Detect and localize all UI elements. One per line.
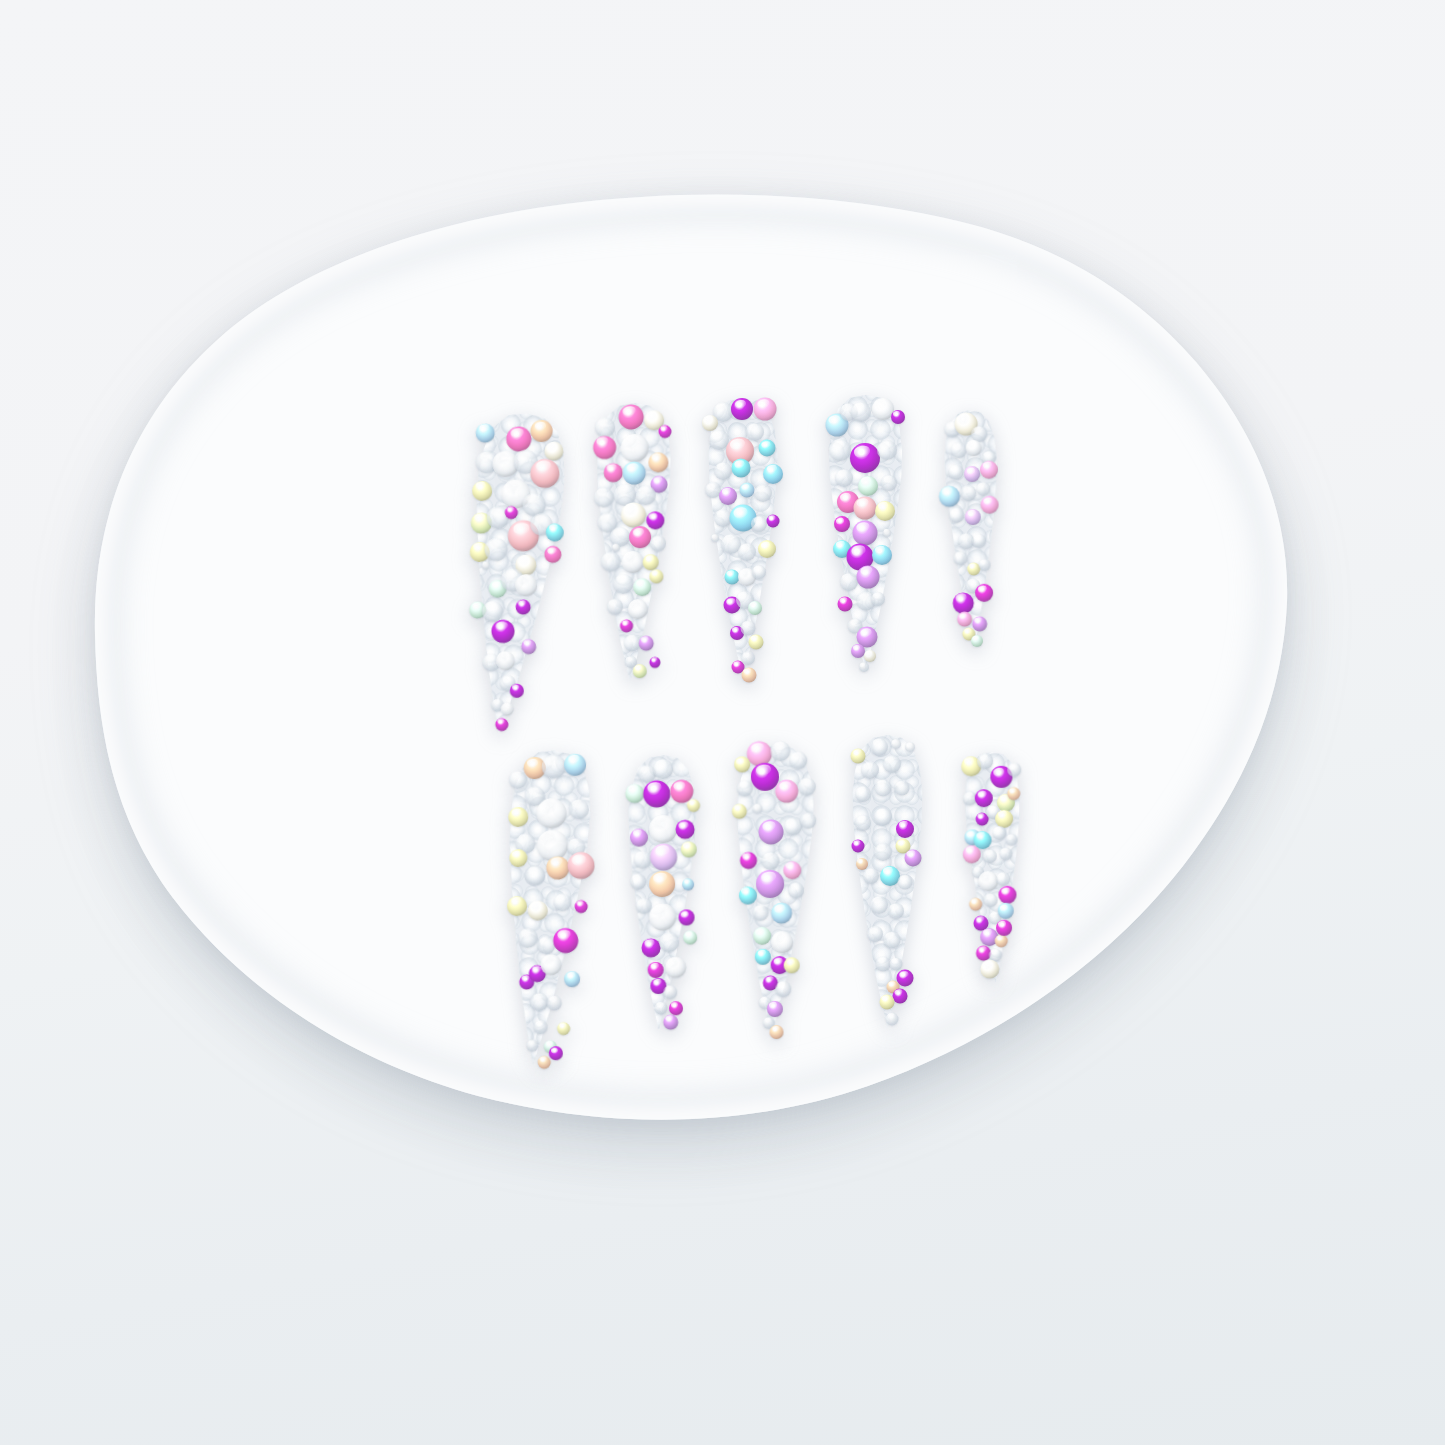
rhinestone-g (748, 601, 762, 615)
rhinestone-l (852, 520, 877, 545)
rhinestone-c (871, 592, 885, 606)
rhinestone-c (754, 484, 772, 502)
rhinestone-y (748, 634, 763, 649)
rhinestone-v (892, 988, 907, 1003)
rhinestone-l (719, 487, 737, 505)
rhinestone-c (663, 985, 677, 999)
rhinestone-l (638, 636, 653, 651)
rhinestone-b (564, 970, 581, 987)
rhinestone-c (533, 1020, 548, 1035)
rhinestone-y (875, 501, 895, 521)
rhinestone-G (680, 841, 696, 857)
rhinestone-v (767, 515, 780, 528)
rhinestone-o (994, 935, 1007, 948)
rhinestone-c (877, 440, 897, 460)
rhinestone-b (997, 903, 1013, 919)
rhinestone-c (861, 761, 879, 779)
rhinestone-g (683, 930, 697, 944)
rhinestone-a (732, 459, 751, 478)
rhinestone-c (714, 462, 732, 480)
nail-bottom-3 (727, 744, 820, 1035)
nail-top-4 (823, 395, 908, 670)
rhinestone-c (546, 995, 562, 1011)
rhinestone-t (763, 464, 783, 484)
rhinestone-t (872, 545, 892, 565)
rhinestone-a (759, 440, 776, 457)
rhinestone-c (752, 565, 766, 579)
rhinestone-c (867, 926, 883, 942)
rhinestone-m (658, 425, 671, 438)
rhinestone-y (851, 748, 866, 763)
rhinestone-y (758, 540, 776, 558)
rhinestone-v (731, 398, 753, 420)
rhinestone-p (980, 496, 998, 514)
rhinestone-v (891, 410, 905, 424)
nails-grid (0, 0, 1445, 1445)
rhinestone-c (654, 1001, 667, 1014)
rhinestone-m (669, 1001, 683, 1015)
photo-scene (0, 0, 1445, 1445)
rhinestone-v (850, 443, 880, 473)
rhinestone-y (643, 554, 659, 570)
rhinestone-c (883, 932, 900, 949)
rhinestone-c (855, 815, 871, 831)
rhinestone-y (879, 994, 894, 1009)
rhinestone-c (650, 535, 666, 551)
rhinestone-m (996, 919, 1012, 935)
nail-top-2 (588, 402, 678, 682)
rhinestone-c (883, 755, 901, 773)
rhinestone-b (740, 483, 755, 498)
rhinestone-g (858, 476, 878, 496)
rhinestone-p (754, 398, 777, 421)
rhinestone-c (874, 843, 892, 861)
nail-top-5 (940, 409, 1004, 648)
rhinestone-m (552, 927, 579, 954)
nail-top-3 (703, 398, 783, 678)
rhinestone-o (741, 668, 756, 683)
nail-bottom-4 (847, 735, 928, 1028)
rhinestone-l (904, 850, 921, 867)
rhinestone-c (863, 868, 879, 884)
rhinestone-c (881, 475, 897, 491)
rhinestone-y (649, 569, 663, 583)
rhinestone-v (678, 910, 694, 926)
rhinestone-c (829, 439, 851, 461)
rhinestone-r (853, 496, 876, 519)
nail-bottom-1 (487, 747, 601, 1068)
rhinestone-c (859, 662, 869, 672)
nail-bottom-2 (620, 754, 703, 1030)
rhinestone-c (888, 903, 904, 919)
rhinestone-b (682, 879, 694, 891)
rhinestone-o (770, 1025, 784, 1039)
rhinestone-m (975, 584, 993, 602)
rhinestone-y (784, 958, 800, 974)
rhinestone-c (738, 543, 756, 561)
rhinestone-c (895, 780, 910, 795)
rhinestone-s (711, 534, 719, 542)
rhinestone-v (896, 820, 914, 838)
rhinestone-c (741, 651, 755, 665)
rhinestone-c (740, 620, 755, 635)
rhinestone-G (632, 664, 646, 678)
rhinestone-c (875, 779, 892, 796)
rhinestone-s (905, 742, 915, 752)
rhinestone-c (885, 1013, 898, 1026)
rhinestone-c (746, 423, 764, 441)
rhinestone-m (574, 900, 588, 914)
rhinestone-c (870, 738, 888, 756)
rhinestone-c (889, 957, 902, 970)
rhinestone-l (851, 644, 865, 658)
rhinestone-s (883, 529, 891, 537)
rhinestone-v (852, 840, 865, 853)
rhinestone-m (998, 886, 1016, 904)
rhinestone-l (663, 1014, 678, 1029)
rhinestone-c (751, 516, 767, 532)
rhinestone-l (857, 565, 880, 588)
rhinestone-c (979, 558, 991, 570)
rhinestone-y (556, 1022, 570, 1036)
rhinestone-m (495, 718, 509, 732)
rhinestone-w (665, 956, 686, 977)
rhinestone-c (870, 896, 888, 914)
rhinestone-c (1007, 763, 1021, 777)
rhinestone-c (801, 813, 817, 829)
rhinestone-m (834, 516, 850, 532)
rhinestone-c (840, 573, 858, 591)
rhinestone-l (521, 638, 537, 654)
rhinestone-c (835, 469, 853, 487)
rhinestone-c (851, 402, 871, 422)
rhinestone-o (537, 1055, 551, 1069)
nail-top-1 (449, 409, 577, 738)
rhinestone-v (649, 657, 660, 668)
rhinestone-i (702, 415, 718, 431)
rhinestone-w (500, 702, 514, 716)
rhinestone-c (797, 777, 815, 795)
rhinestone-P (544, 546, 562, 564)
rhinestone-c (898, 874, 913, 889)
rhinestone-v (548, 1046, 563, 1061)
rhinestone-v (509, 683, 524, 698)
rhinestone-a (545, 523, 565, 543)
rhinestone-g (971, 635, 983, 647)
rhinestone-c (775, 981, 791, 997)
rhinestone-m (838, 597, 853, 612)
rhinestone-i (864, 650, 876, 662)
rhinestone-c (855, 786, 871, 802)
nail-bottom-5 (960, 751, 1027, 983)
rhinestone-l (766, 1001, 782, 1017)
rhinestone-s (891, 739, 901, 749)
rhinestone-y (687, 798, 700, 811)
rhinestone-c (874, 808, 892, 826)
